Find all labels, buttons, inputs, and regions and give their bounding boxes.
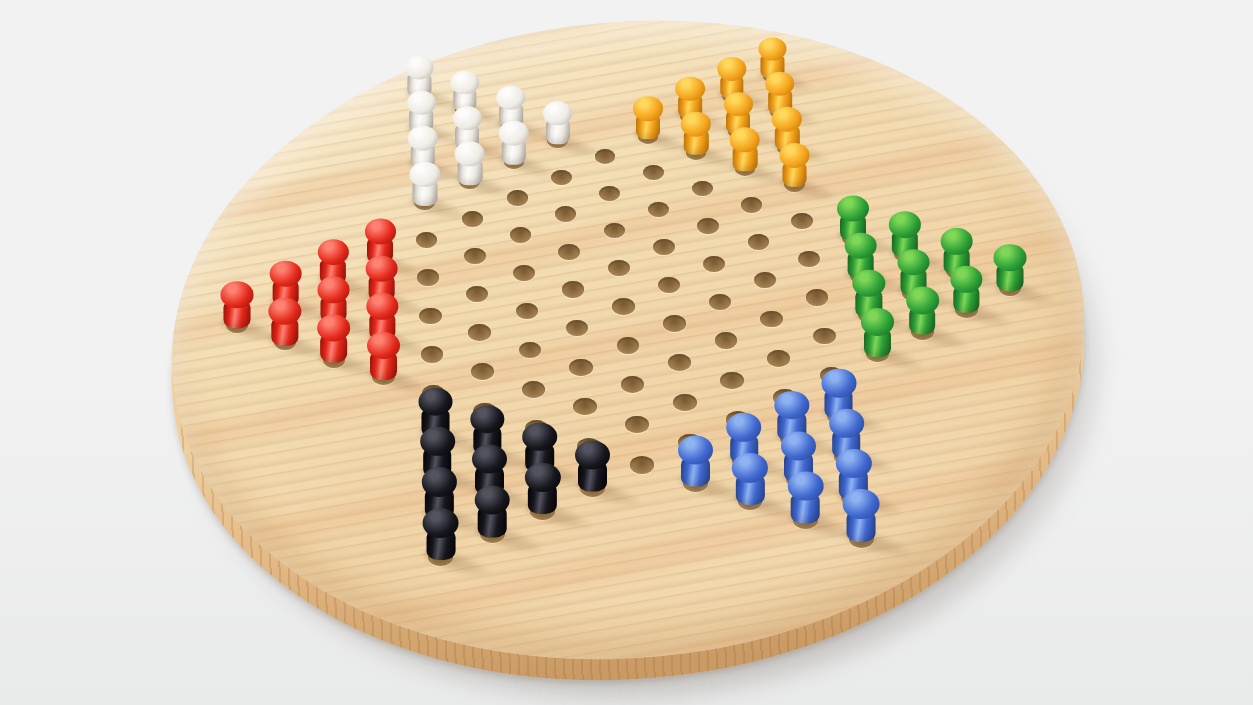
peg-head <box>772 107 802 132</box>
hole[interactable] <box>663 315 686 332</box>
peg-green[interactable] <box>905 287 939 335</box>
peg-head <box>781 431 816 460</box>
peg-green[interactable] <box>860 308 894 356</box>
peg-head <box>727 413 762 442</box>
peg-blue[interactable] <box>843 489 880 542</box>
hole[interactable] <box>806 289 829 306</box>
hole[interactable] <box>562 281 584 297</box>
peg-head <box>317 239 349 265</box>
peg-head <box>317 277 349 304</box>
hole[interactable] <box>522 381 545 398</box>
peg-head <box>853 270 886 297</box>
hole[interactable] <box>558 244 580 260</box>
peg-head <box>450 71 479 95</box>
peg-head <box>423 508 459 538</box>
peg-head <box>889 212 921 238</box>
peg-head <box>365 256 397 283</box>
peg-head <box>455 141 485 166</box>
peg-head <box>472 445 507 474</box>
peg-green[interactable] <box>994 244 1027 291</box>
hole[interactable] <box>791 213 813 229</box>
peg-blue[interactable] <box>787 471 824 523</box>
hole[interactable] <box>703 256 725 272</box>
peg-white[interactable] <box>455 141 486 185</box>
peg-head <box>470 405 505 434</box>
peg-green[interactable] <box>950 266 983 314</box>
hole[interactable] <box>612 298 635 315</box>
peg-head <box>843 489 879 519</box>
hole[interactable] <box>617 337 640 354</box>
peg-head <box>822 369 856 397</box>
peg-head <box>994 244 1026 271</box>
peg-head <box>950 266 983 293</box>
peg-head <box>897 249 929 276</box>
hole[interactable] <box>692 181 713 197</box>
peg-head <box>366 293 399 320</box>
hole[interactable] <box>697 218 719 234</box>
hole[interactable] <box>510 227 532 243</box>
peg-blue[interactable] <box>678 435 714 486</box>
peg-black[interactable] <box>575 440 611 491</box>
peg-head <box>474 485 510 515</box>
peg-head <box>837 195 868 221</box>
hole[interactable] <box>569 359 592 376</box>
peg-head <box>543 101 572 125</box>
hole[interactable] <box>653 239 675 255</box>
peg-head <box>453 106 482 130</box>
hole[interactable] <box>813 328 836 345</box>
peg-black[interactable] <box>474 485 511 537</box>
peg-head <box>941 228 973 255</box>
chinese-checkers-scene <box>0 0 1253 705</box>
peg-head <box>724 92 753 116</box>
peg-red[interactable] <box>317 315 351 363</box>
hole[interactable] <box>643 165 664 180</box>
peg-head <box>269 298 302 325</box>
peg-head <box>845 232 877 259</box>
peg-head <box>829 409 864 438</box>
hole[interactable] <box>673 394 697 411</box>
peg-head <box>522 422 557 451</box>
hole[interactable] <box>741 197 762 213</box>
peg-head <box>678 435 713 464</box>
peg-red[interactable] <box>221 281 254 328</box>
peg-head <box>575 440 610 469</box>
peg-head <box>221 281 253 308</box>
peg-head <box>269 260 301 287</box>
peg-head <box>730 127 760 152</box>
peg-head <box>787 471 823 501</box>
peg-yellow[interactable] <box>681 112 711 155</box>
hole[interactable] <box>416 232 438 248</box>
peg-head <box>681 112 711 137</box>
peg-head <box>367 331 400 359</box>
hole[interactable] <box>555 206 576 222</box>
peg-red[interactable] <box>367 331 401 379</box>
peg-head <box>499 121 529 146</box>
hole[interactable] <box>513 265 535 281</box>
hole[interactable] <box>630 456 654 474</box>
peg-black[interactable] <box>525 463 561 515</box>
peg-yellow[interactable] <box>730 127 761 171</box>
peg-blue[interactable] <box>732 453 768 505</box>
peg-head <box>418 387 452 415</box>
peg-head <box>408 126 438 151</box>
peg-head <box>410 161 440 186</box>
peg-head <box>779 143 809 168</box>
peg-head <box>405 56 434 80</box>
peg-black[interactable] <box>422 508 459 561</box>
peg-white[interactable] <box>499 121 529 164</box>
hole[interactable] <box>720 372 743 389</box>
peg-red[interactable] <box>268 298 301 346</box>
peg-yellow[interactable] <box>633 96 663 139</box>
hole[interactable] <box>767 350 790 367</box>
peg-yellow[interactable] <box>779 143 810 187</box>
peg-head <box>365 218 396 244</box>
peg-head <box>420 427 455 456</box>
peg-head <box>861 308 894 336</box>
hole[interactable] <box>464 248 486 264</box>
peg-head <box>717 57 746 81</box>
peg-head <box>633 96 662 120</box>
peg-white[interactable] <box>409 161 440 205</box>
peg-head <box>775 391 810 420</box>
peg-white[interactable] <box>543 101 573 144</box>
peg-head <box>758 37 787 61</box>
